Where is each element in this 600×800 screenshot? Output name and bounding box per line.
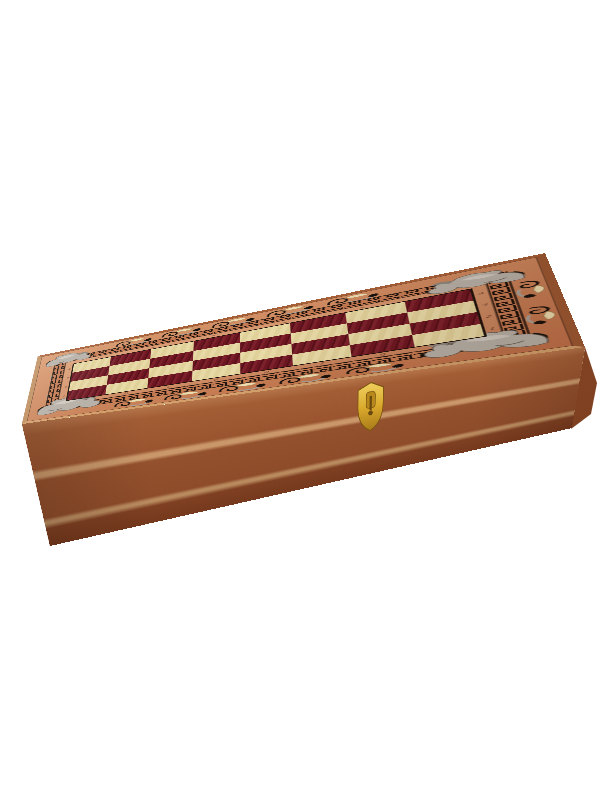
product-photo: abcdefgh 1234 1234 xyxy=(0,0,600,800)
brass-clasp-icon xyxy=(355,379,386,434)
file-label-f: f xyxy=(320,362,324,365)
